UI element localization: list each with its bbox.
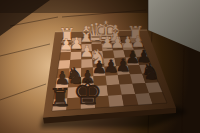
- chess-board-render: ♜♝♛♚♝♜♟♟♟♟♟♟♟♞♟♟♟♟♟♟♞♟♞♜♚: [0, 0, 200, 133]
- chess-scene: ♜♝♛♚♝♜♟♟♟♟♟♟♟♞♟♟♟♟♟♟♞♟♞♜♚: [0, 0, 200, 133]
- square-e7[interactable]: [107, 85, 122, 96]
- square-e8[interactable]: [108, 95, 124, 107]
- piece-black-knight-h6[interactable]: ♞: [140, 59, 159, 84]
- piece-black-king-c8[interactable]: ♚: [73, 73, 103, 112]
- square-f6[interactable]: [118, 74, 133, 84]
- piece-black-rook-a8[interactable]: ♜: [49, 83, 71, 112]
- square-e6[interactable]: [106, 75, 120, 85]
- piece-black-pawn-f5[interactable]: ♟: [115, 55, 130, 75]
